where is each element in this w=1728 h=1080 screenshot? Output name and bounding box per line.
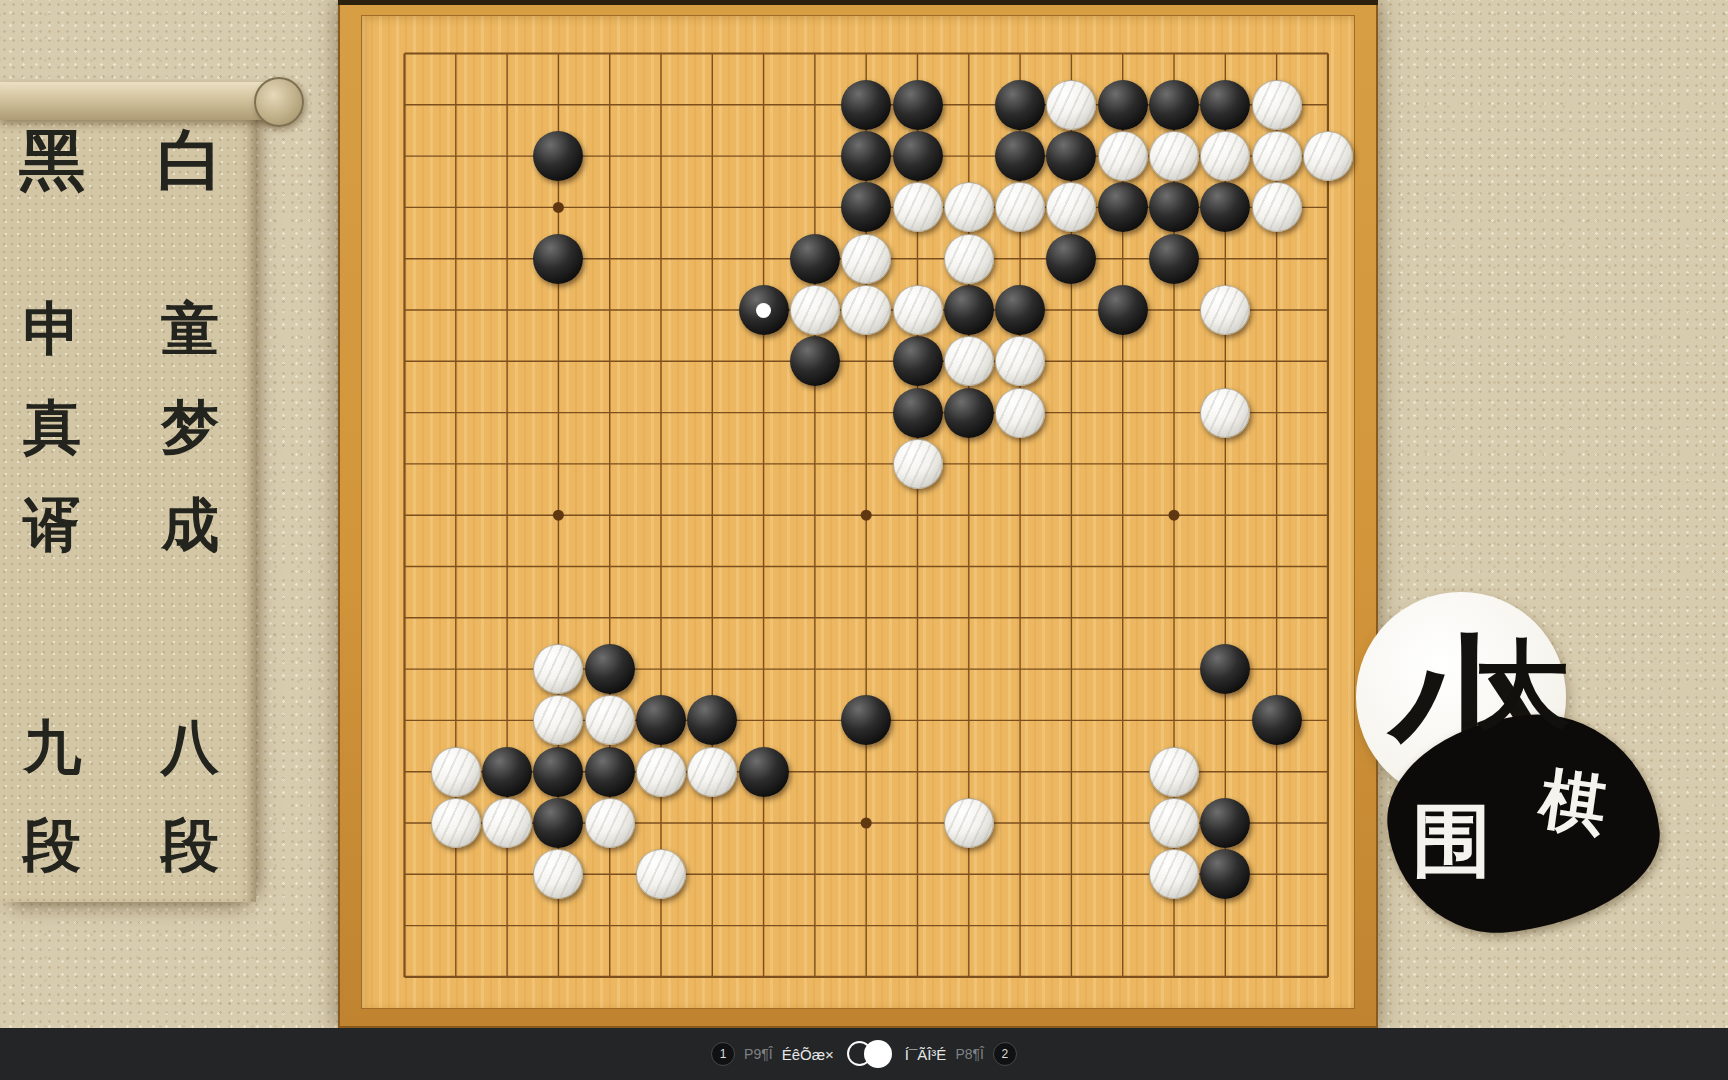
stone-white [687, 747, 737, 797]
stone-black [893, 80, 943, 130]
stone-black [1252, 695, 1302, 745]
stone-white [431, 747, 481, 797]
stone-black [841, 80, 891, 130]
stone-white [1252, 182, 1302, 232]
logo-char-wei: 围 [1412, 788, 1492, 896]
logo-char-qi: 棋 [1534, 754, 1612, 852]
stone-black [995, 285, 1045, 335]
stone-black [533, 234, 583, 284]
stone-white [1046, 80, 1096, 130]
stone-white [893, 285, 943, 335]
stone-white [944, 336, 994, 386]
stone-black [1098, 285, 1148, 335]
white-stone-icon [864, 1040, 892, 1068]
white-player-name: 童 梦 成 [152, 280, 228, 574]
stone-black [944, 285, 994, 335]
white-label: 白 [152, 118, 228, 202]
stone-black [1098, 80, 1148, 130]
go-board[interactable] [338, 0, 1378, 1028]
stone-white [841, 285, 891, 335]
stone-black [893, 131, 943, 181]
scroll-roller-end-cap [254, 77, 304, 127]
status-bar: 1 P9¶Î ÉêÕæ× Í¯ÃÎ³É P8¶Î 2 [0, 1028, 1728, 1080]
stone-white [1149, 798, 1199, 848]
black-player-badge: 1 [711, 1042, 735, 1066]
black-label: 黑 [14, 118, 90, 202]
stone-white [1149, 131, 1199, 181]
stone-white [585, 695, 635, 745]
stone-black [533, 747, 583, 797]
stone-white [1200, 285, 1250, 335]
stone-black [1149, 234, 1199, 284]
star-point [861, 510, 872, 521]
stone-white [1252, 131, 1302, 181]
stone-black [1098, 182, 1148, 232]
star-point [861, 818, 872, 829]
stone-black [841, 131, 891, 181]
stone-white [944, 182, 994, 232]
white-name-text: Í¯ÃÎ³É [905, 1046, 947, 1063]
stone-black [893, 388, 943, 438]
stone-white [636, 849, 686, 899]
black-player-rank: 九 段 [14, 698, 90, 894]
stone-white [1149, 747, 1199, 797]
stone-black [585, 644, 635, 694]
stone-black [944, 388, 994, 438]
logo-char-big: 大 [1474, 622, 1570, 752]
stone-white [893, 439, 943, 489]
stone-black [482, 747, 532, 797]
stone-black [790, 336, 840, 386]
stone-black [790, 234, 840, 284]
white-rank-text: P8¶Î [955, 1046, 984, 1062]
white-player-rank: 八 段 [152, 698, 228, 894]
stone-white [1200, 388, 1250, 438]
stone-white [841, 234, 891, 284]
stone-white [944, 798, 994, 848]
white-player-badge: 2 [993, 1042, 1017, 1066]
stone-white [1149, 849, 1199, 899]
stone-white [585, 798, 635, 848]
stone-black [1046, 234, 1096, 284]
stone-white [1098, 131, 1148, 181]
stone-white [944, 234, 994, 284]
stone-black [1149, 80, 1199, 130]
star-point [553, 202, 564, 213]
stone-black [995, 131, 1045, 181]
stone-white [893, 182, 943, 232]
stone-black [1200, 798, 1250, 848]
scroll-top-roller [0, 82, 292, 120]
stone-black [739, 747, 789, 797]
stone-black [1200, 80, 1250, 130]
black-name-text: ÉêÕæ× [782, 1046, 834, 1063]
stone-white [636, 747, 686, 797]
stone-white [995, 388, 1045, 438]
black-rank-text: P9¶Î [744, 1046, 773, 1062]
stone-black [739, 285, 789, 335]
stone-white [431, 798, 481, 848]
turn-indicator-toggle[interactable] [847, 1040, 892, 1068]
star-point [1169, 510, 1180, 521]
stone-black [995, 80, 1045, 130]
stone-black [585, 747, 635, 797]
stone-black [893, 336, 943, 386]
star-point [553, 510, 564, 521]
stone-white [482, 798, 532, 848]
black-player-name: 申 真 谞 [14, 280, 90, 574]
stone-white [1303, 131, 1353, 181]
stone-white [1252, 80, 1302, 130]
stone-white [790, 285, 840, 335]
